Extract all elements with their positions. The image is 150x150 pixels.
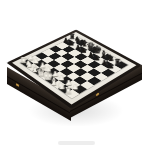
white-pawn: ♟ [23, 54, 39, 61]
watermark [58, 141, 95, 145]
black-rook: ♜ [110, 59, 126, 67]
white-knight: ♞ [53, 81, 70, 91]
white-rook: ♜ [15, 57, 31, 65]
product-photo: ♜♞♝♛♚♝♞♜♟♟♟♟♟♟♟♟♟♟♟♟♟♟♟♟♜♞♝♛♚♝♞♜ [0, 0, 150, 150]
white-bishop: ♝ [27, 63, 43, 73]
